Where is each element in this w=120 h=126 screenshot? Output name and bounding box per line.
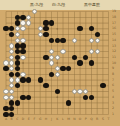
game-result-label: 黑中盘胜 xyxy=(84,2,100,8)
stone-white: ○ xyxy=(15,77,20,82)
stone-black: ● xyxy=(60,38,65,43)
stone-black: ● xyxy=(89,60,94,65)
go-board[interactable]: ○●●○●○○●●●●○○○●●●●○○●●○○●●●○○○○●●○●●○○○○… xyxy=(0,10,120,126)
stone-black: ● xyxy=(66,100,71,105)
coordinate-number-3: 3 xyxy=(112,102,118,105)
coordinate-number-18: 18 xyxy=(112,16,118,19)
stone-white: ○ xyxy=(89,38,94,43)
stone-white: ○ xyxy=(3,89,8,94)
coordinate-number-17: 17 xyxy=(112,22,118,25)
stone-white: ○ xyxy=(20,72,25,77)
stone-black: ● xyxy=(49,20,54,25)
coordinate-number-1: 1 xyxy=(112,113,118,116)
coordinate-number-7: 7 xyxy=(112,79,118,82)
stone-black: ● xyxy=(20,15,25,20)
coordinate-number-11: 11 xyxy=(112,56,118,59)
stone-black: ● xyxy=(60,66,65,71)
stone-black: ● xyxy=(43,20,48,25)
coordinate-number-19: 19 xyxy=(112,10,118,13)
stone-black: ● xyxy=(20,43,25,48)
coordinate-number-2: 2 xyxy=(112,107,118,110)
stone-white: ○ xyxy=(9,43,14,48)
stone-black: ● xyxy=(77,60,82,65)
stone-black: ● xyxy=(3,106,8,111)
stone-black: ● xyxy=(15,55,20,60)
stone-white: ○ xyxy=(55,55,60,60)
white-player-label: 白:九段 xyxy=(52,2,65,8)
stone-black: ● xyxy=(43,55,48,60)
black-player-label: 黑:九段 xyxy=(30,2,43,8)
coordinate-number-5: 5 xyxy=(112,90,118,93)
coordinate-number-6: 6 xyxy=(112,84,118,87)
stone-black: ● xyxy=(95,32,100,37)
stone-black: ● xyxy=(72,55,77,60)
stone-black: ● xyxy=(20,95,25,100)
coordinate-number-16: 16 xyxy=(112,27,118,30)
stone-white: ○ xyxy=(20,38,25,43)
stone-white: ○ xyxy=(77,89,82,94)
coordinate-number-10: 10 xyxy=(112,62,118,65)
stone-black: ● xyxy=(89,95,94,100)
stone-white: ○ xyxy=(38,32,43,37)
stone-black: ● xyxy=(3,66,8,71)
stone-white: ○ xyxy=(20,55,25,60)
stone-white: ○ xyxy=(15,38,20,43)
coordinate-letter-T: T xyxy=(106,118,112,121)
stone-white: ○ xyxy=(55,72,60,77)
coordinate-number-12: 12 xyxy=(112,50,118,53)
stone-black: ● xyxy=(15,60,20,65)
stone-black: ● xyxy=(15,15,20,20)
stone-white: ○ xyxy=(95,38,100,43)
coordinate-number-4: 4 xyxy=(112,96,118,99)
stone-white: ○ xyxy=(3,60,8,65)
stone-white: ○ xyxy=(20,20,25,25)
stone-black: ● xyxy=(43,32,48,37)
coordinate-number-13: 13 xyxy=(112,45,118,48)
stone-black: ● xyxy=(55,38,60,43)
stone-white: ○ xyxy=(49,60,54,65)
stone-white: ○ xyxy=(60,49,65,54)
coordinate-number-9: 9 xyxy=(112,67,118,70)
stone-black: ● xyxy=(9,100,14,105)
stone-white: ○ xyxy=(72,38,77,43)
stone-black: ● xyxy=(15,100,20,105)
stone-white: ○ xyxy=(3,95,8,100)
coordinate-number-8: 8 xyxy=(112,73,118,76)
stone-black: ● xyxy=(15,43,20,48)
stone-black: ● xyxy=(15,72,20,77)
stone-white: ○ xyxy=(9,60,14,65)
coordinate-number-14: 14 xyxy=(112,39,118,42)
stone-black: ● xyxy=(15,20,20,25)
stone-black: ● xyxy=(38,77,43,82)
stone-black: ● xyxy=(20,49,25,54)
game-info-header: 黑:九段 白:九段 黑中盘胜 xyxy=(0,0,120,10)
coordinate-number-15: 15 xyxy=(112,33,118,36)
stone-black: ● xyxy=(20,77,25,82)
